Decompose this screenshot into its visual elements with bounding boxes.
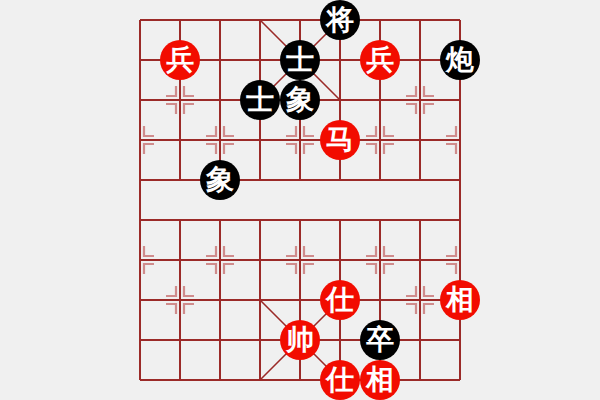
piece-black-advisor[interactable]: 士	[240, 80, 280, 120]
piece-red-horse[interactable]: 马	[320, 120, 360, 160]
piece-black-elephant[interactable]: 象	[280, 80, 320, 120]
piece-black-advisor[interactable]: 士	[280, 40, 320, 80]
piece-red-elephant[interactable]: 相	[440, 280, 480, 320]
piece-black-pawn[interactable]: 卒	[360, 320, 400, 360]
piece-red-pawn[interactable]: 兵	[360, 40, 400, 80]
piece-red-elephant[interactable]: 相	[360, 360, 400, 400]
piece-red-pawn[interactable]: 兵	[160, 40, 200, 80]
xiangqi-board-area: 将士炮士象象卒兵兵马仕相帅仕相	[0, 0, 600, 400]
piece-black-cannon[interactable]: 炮	[440, 40, 480, 80]
piece-red-general[interactable]: 帅	[280, 320, 320, 360]
piece-black-general[interactable]: 将	[320, 0, 360, 40]
piece-red-advisor[interactable]: 仕	[320, 280, 360, 320]
piece-red-advisor[interactable]: 仕	[320, 360, 360, 400]
board-grid: 将士炮士象象卒兵兵马仕相帅仕相	[120, 0, 480, 400]
piece-black-elephant[interactable]: 象	[200, 160, 240, 200]
